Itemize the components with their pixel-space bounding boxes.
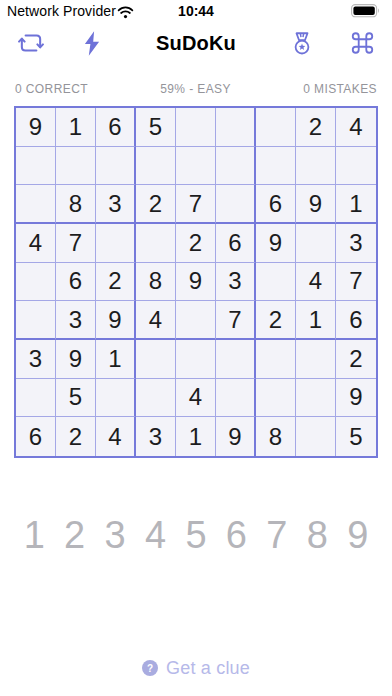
cell-r4c3[interactable] [96,224,136,263]
cell-r8c9[interactable]: 9 [336,379,376,418]
cell-r2c5[interactable] [176,147,216,186]
get-clue-label: Get a clue [166,658,250,679]
difficulty-label: 59% - EASY [160,82,231,96]
cell-r6c1[interactable] [16,301,56,340]
cell-r8c1[interactable] [16,379,56,418]
cell-r4c2[interactable]: 7 [56,224,96,263]
pad-digit-6[interactable]: 6 [216,508,256,562]
cell-r4c4[interactable] [136,224,176,263]
cell-r3c6[interactable] [216,185,256,224]
achievements-button[interactable] [285,26,319,60]
cell-r2c1[interactable] [16,147,56,186]
restart-button[interactable] [14,26,48,60]
cell-r4c6[interactable]: 6 [216,224,256,263]
pad-digit-1[interactable]: 1 [14,508,54,562]
cell-r9c1[interactable]: 6 [16,417,56,456]
cell-r6c9[interactable]: 6 [336,301,376,340]
cell-r4c8[interactable] [296,224,336,263]
question-mark-icon: ? [142,660,158,676]
page-title: SuDoKu [156,32,236,55]
cell-r6c4[interactable]: 4 [136,301,176,340]
cell-r6c3[interactable]: 9 [96,301,136,340]
cell-r7c4[interactable] [136,340,176,379]
quick-action-button[interactable] [75,26,109,60]
pad-digit-5[interactable]: 5 [176,508,216,562]
cell-r5c3[interactable]: 2 [96,263,136,302]
command-icon [349,30,376,56]
cell-r4c5[interactable]: 2 [176,224,216,263]
cell-r1c9[interactable]: 4 [336,108,376,147]
cell-r1c2[interactable]: 1 [56,108,96,147]
medal-icon [288,30,316,57]
cell-r2c7[interactable] [256,147,296,186]
shortcuts-button[interactable] [345,26,379,60]
cell-r2c2[interactable] [56,147,96,186]
cell-r5c2[interactable]: 6 [56,263,96,302]
cell-r2c6[interactable] [216,147,256,186]
pad-digit-9[interactable]: 9 [338,508,378,562]
cell-r9c4[interactable]: 3 [136,417,176,456]
cell-r2c4[interactable] [136,147,176,186]
cell-r9c9[interactable]: 5 [336,417,376,456]
cell-r4c1[interactable]: 4 [16,224,56,263]
mistakes-count: 0 MISTAKES [303,82,377,96]
cell-r8c7[interactable] [256,379,296,418]
cell-r5c4[interactable]: 8 [136,263,176,302]
get-clue-button[interactable]: ? Get a clue [0,655,392,681]
cell-r5c1[interactable] [16,263,56,302]
cell-r1c6[interactable] [216,108,256,147]
sudoku-grid: 9165248327691472693628934739472163912549… [14,106,378,458]
cell-r5c5[interactable]: 9 [176,263,216,302]
pad-digit-4[interactable]: 4 [135,508,175,562]
cell-r9c8[interactable] [296,417,336,456]
toolbar: SuDoKu [0,26,392,60]
cell-r3c4[interactable]: 2 [136,185,176,224]
cell-r3c2[interactable]: 8 [56,185,96,224]
cell-r8c2[interactable]: 5 [56,379,96,418]
cell-r1c8[interactable]: 2 [296,108,336,147]
cell-r2c8[interactable] [296,147,336,186]
cell-r7c2[interactable]: 9 [56,340,96,379]
cell-r7c9[interactable]: 2 [336,340,376,379]
cell-r9c3[interactable]: 4 [96,417,136,456]
cell-r5c6[interactable]: 3 [216,263,256,302]
pad-digit-7[interactable]: 7 [257,508,297,562]
cell-r6c8[interactable]: 1 [296,301,336,340]
cell-r4c7[interactable]: 9 [256,224,296,263]
cell-r9c7[interactable]: 8 [256,417,296,456]
lightning-icon [82,30,102,57]
cell-r1c4[interactable]: 5 [136,108,176,147]
cell-r9c5[interactable]: 1 [176,417,216,456]
cell-r3c8[interactable]: 9 [296,185,336,224]
cell-r7c6[interactable] [216,340,256,379]
cell-r7c8[interactable] [296,340,336,379]
cell-r8c6[interactable] [216,379,256,418]
cell-r1c3[interactable]: 6 [96,108,136,147]
correct-count: 0 CORRECT [15,82,88,96]
cell-r8c4[interactable] [136,379,176,418]
pad-digit-3[interactable]: 3 [95,508,135,562]
cell-r3c3[interactable]: 3 [96,185,136,224]
cell-r1c5[interactable] [176,108,216,147]
pad-digit-8[interactable]: 8 [297,508,337,562]
cell-r1c7[interactable] [256,108,296,147]
status-bar: Network Provider 10:44 [0,0,392,22]
cell-r7c3[interactable]: 1 [96,340,136,379]
cell-r8c8[interactable] [296,379,336,418]
cell-r9c6[interactable]: 9 [216,417,256,456]
status-time: 10:44 [178,3,214,19]
cell-r7c5[interactable] [176,340,216,379]
cell-r7c1[interactable]: 3 [16,340,56,379]
cell-r5c8[interactable]: 4 [296,263,336,302]
battery-icon [351,4,381,22]
cell-r6c6[interactable]: 7 [216,301,256,340]
cell-r5c7[interactable] [256,263,296,302]
cell-r3c7[interactable]: 6 [256,185,296,224]
cell-r3c9[interactable]: 1 [336,185,376,224]
cell-r7c7[interactable] [256,340,296,379]
cell-r8c3[interactable] [96,379,136,418]
cell-r2c3[interactable] [96,147,136,186]
cell-r1c1[interactable]: 9 [16,108,56,147]
carrier-label: Network Provider [7,3,116,19]
pad-digit-2[interactable]: 2 [54,508,94,562]
wifi-icon [117,5,134,23]
cell-r9c2[interactable]: 2 [56,417,96,456]
cell-r8c5[interactable]: 4 [176,379,216,418]
cell-r3c5[interactable]: 7 [176,185,216,224]
cell-r3c1[interactable] [16,185,56,224]
cell-r6c7[interactable]: 2 [256,301,296,340]
cell-r5c9[interactable]: 7 [336,263,376,302]
restart-icon [17,30,45,56]
cell-r4c9[interactable]: 3 [336,224,376,263]
digit-row: 123456789 [14,508,378,562]
cell-r2c9[interactable] [336,147,376,186]
cell-r6c5[interactable] [176,301,216,340]
cell-r6c2[interactable]: 3 [56,301,96,340]
sudoku-app: Network Provider 10:44 [0,0,392,696]
stats-row: 0 CORRECT 59% - EASY 0 MISTAKES [15,82,377,96]
